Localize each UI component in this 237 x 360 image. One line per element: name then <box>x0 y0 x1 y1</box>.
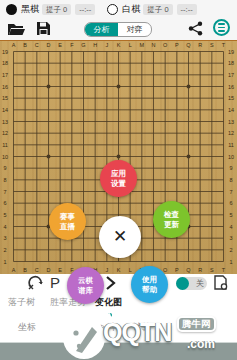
coordinate-label: 8 <box>227 177 235 183</box>
analysis-switch[interactable]: 关 <box>176 277 207 290</box>
coordinate-label: L <box>126 42 134 48</box>
coordinate-label: C <box>33 267 41 273</box>
coordinate-label: 17 <box>1 72 9 78</box>
black-captures-chip: 提子 0 <box>42 4 71 15</box>
coordinate-label: P <box>173 42 181 48</box>
hoshi-point <box>47 155 51 159</box>
coordinate-label: J <box>103 267 111 273</box>
coordinate-label: L <box>126 267 134 273</box>
coordinate-label: M <box>138 42 146 48</box>
coordinate-label: 14 <box>227 107 235 113</box>
coordinate-label: F <box>68 42 76 48</box>
coordinate-label: O <box>161 42 169 48</box>
coordinate-label: 9 <box>227 165 235 171</box>
share-icon[interactable] <box>188 21 203 36</box>
coordinate-label: 16 <box>227 84 235 90</box>
switch-knob <box>176 277 189 290</box>
coordinate-label: E <box>56 267 64 273</box>
coordinate-label: T <box>220 42 228 48</box>
app-screen: 黑棋 提子 0 --:-- 白棋 提子 0 --:-- 分析 对弈 <box>0 0 237 360</box>
panel-tabs: 落子树 胜率走势 变化图 <box>0 292 237 314</box>
coordinate-label: G <box>80 42 88 48</box>
app-settings-button[interactable]: 应用 设置 <box>100 160 137 197</box>
help-button[interactable]: 使用 帮助 <box>131 266 168 303</box>
coordinate-label: 17 <box>227 72 235 78</box>
hoshi-point <box>47 85 51 89</box>
close-icon: ✕ <box>113 226 127 247</box>
coordinate-label: 4 <box>227 224 235 230</box>
coordinate-label: 11 <box>227 142 235 148</box>
watermark-domain: .com <box>187 337 215 351</box>
coordinate-label: 11 <box>1 142 9 148</box>
menu-icon[interactable] <box>213 19 230 36</box>
toolbar-row: 分析 对弈 <box>0 18 237 40</box>
coordinate-label: A <box>10 267 18 273</box>
coordinate-label: 7 <box>227 189 235 195</box>
coordinate-label: 13 <box>227 119 235 125</box>
black-timer-chip: --:-- <box>75 4 95 15</box>
check-update-button[interactable]: 检查 更新 <box>153 201 190 238</box>
coordinate-label: T <box>220 267 228 273</box>
coordinate-label: 8 <box>1 177 9 183</box>
tab-play[interactable]: 对弈 <box>118 23 151 36</box>
pass-button[interactable]: P <box>50 274 60 291</box>
coordinate-label: 7 <box>1 189 9 195</box>
tab-analysis[interactable]: 分析 <box>85 23 118 36</box>
coordinate-label: 5 <box>227 212 235 218</box>
black-player-name: 黑棋 <box>21 3 39 16</box>
coordinate-label: S <box>208 42 216 48</box>
coordinate-label: 6 <box>1 200 9 206</box>
coordinate-label: Q <box>185 267 193 273</box>
coordinate-label: 13 <box>1 119 9 125</box>
coordinate-label: 16 <box>1 84 9 90</box>
save-icon[interactable] <box>36 21 51 36</box>
mode-toggle: 分析 对弈 <box>84 22 152 37</box>
coordinate-label: 10 <box>227 154 235 160</box>
watermark-badge: 腾牛网 <box>177 316 216 332</box>
coordinate-label: B <box>21 42 29 48</box>
coordinate-label: 12 <box>1 130 9 136</box>
white-captures-chip: 提子 0 <box>143 4 172 15</box>
coordinate-label: R <box>196 42 204 48</box>
coordinate-label: K <box>115 42 123 48</box>
white-player-name: 白棋 <box>122 3 140 16</box>
next-move-icon[interactable] <box>104 276 116 290</box>
coordinate-label: 1 <box>227 259 235 265</box>
coordinate-label: 4 <box>1 224 9 230</box>
coordinate-label: 18 <box>227 60 235 66</box>
coordinate-label: H <box>91 42 99 48</box>
coordinate-label: 2 <box>227 247 235 253</box>
coordinate-label: K <box>115 267 123 273</box>
hoshi-point <box>187 85 191 89</box>
coordinate-label: 19 <box>227 49 235 55</box>
hoshi-point <box>187 155 191 159</box>
live-broadcast-button[interactable]: 赛事 直播 <box>49 203 86 240</box>
coordinate-label: P <box>173 267 181 273</box>
coordinate-label: E <box>56 42 64 48</box>
hoshi-point <box>117 155 121 159</box>
coordinate-label: Q <box>185 42 193 48</box>
coordinate-label: 19 <box>1 49 9 55</box>
hoshi-point <box>117 85 121 89</box>
white-stone-icon <box>107 4 118 15</box>
coordinate-label: 5 <box>1 212 9 218</box>
black-stone-icon <box>6 4 17 15</box>
option-coordinates[interactable]: 坐标 <box>18 321 36 334</box>
coordinate-label: A <box>10 42 18 48</box>
header: 黑棋 提子 0 --:-- 白棋 提子 0 --:-- 分析 对弈 <box>0 0 237 40</box>
coordinate-label: D <box>45 42 53 48</box>
coordinate-label: B <box>21 267 29 273</box>
open-file-icon[interactable] <box>7 22 26 37</box>
export-file-icon[interactable] <box>212 274 229 291</box>
switch-state: 关 <box>196 277 204 290</box>
coordinate-label: 3 <box>1 235 9 241</box>
coordinate-label: 15 <box>1 95 9 101</box>
players-row: 黑棋 提子 0 --:-- 白棋 提子 0 --:-- <box>0 0 237 18</box>
coordinate-label: 14 <box>1 107 9 113</box>
coordinate-label: 9 <box>1 165 9 171</box>
undo-icon[interactable] <box>27 275 45 291</box>
coordinate-label: R <box>196 267 204 273</box>
coordinate-label: C <box>33 42 41 48</box>
watermark-site: QQTN <box>103 318 171 347</box>
coordinate-label: 2 <box>1 247 9 253</box>
tab-move-tree[interactable]: 落子树 <box>8 296 35 309</box>
coordinate-label: 15 <box>227 95 235 101</box>
coordinate-label: J <box>103 42 111 48</box>
coordinate-label: 1 <box>1 259 9 265</box>
cloud-library-button[interactable]: 云棋 谱库 <box>67 267 104 304</box>
coordinate-label: 18 <box>1 60 9 66</box>
coordinate-label: 10 <box>1 154 9 160</box>
coordinate-label: D <box>45 267 53 273</box>
coordinate-label: S <box>208 267 216 273</box>
coordinate-label: N <box>150 42 158 48</box>
coordinate-label: 6 <box>227 200 235 206</box>
coordinate-label: 3 <box>227 235 235 241</box>
coordinate-label: 12 <box>227 130 235 136</box>
close-menu-button[interactable]: ✕ <box>99 216 141 258</box>
bottom-toolbar: P 关 <box>0 274 237 292</box>
white-timer-chip: --:-- <box>177 4 197 15</box>
